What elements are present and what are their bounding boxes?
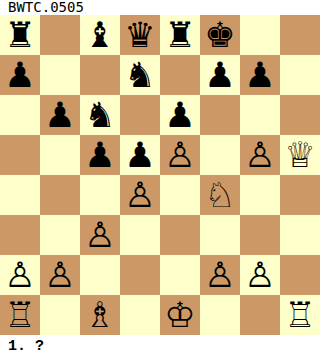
square-c1[interactable]: ♗ [80, 295, 120, 335]
square-g3[interactable] [240, 215, 280, 255]
black-pawn-e6: ♟ [164, 95, 195, 135]
square-f5[interactable] [200, 135, 240, 175]
square-h4[interactable] [280, 175, 320, 215]
white-pawn-f2: ♙ [204, 255, 235, 295]
white-pawn-e5: ♙ [164, 135, 195, 175]
square-c8[interactable]: ♝ [80, 15, 120, 55]
square-c4[interactable] [80, 175, 120, 215]
puzzle-title: BWTC.0505 [0, 0, 320, 15]
square-f2[interactable]: ♙ [200, 255, 240, 295]
black-bishop-c8: ♝ [84, 15, 115, 55]
square-h6[interactable] [280, 95, 320, 135]
white-pawn-d4: ♙ [124, 175, 155, 215]
square-g4[interactable] [240, 175, 280, 215]
square-e8[interactable]: ♜ [160, 15, 200, 55]
square-b6[interactable]: ♟ [40, 95, 80, 135]
square-h2[interactable] [280, 255, 320, 295]
black-pawn-a7: ♟ [4, 55, 35, 95]
square-c5[interactable]: ♟ [80, 135, 120, 175]
square-h8[interactable] [280, 15, 320, 55]
square-b3[interactable] [40, 215, 80, 255]
square-h7[interactable] [280, 55, 320, 95]
square-g7[interactable]: ♟ [240, 55, 280, 95]
square-d1[interactable] [120, 295, 160, 335]
square-g5[interactable]: ♙ [240, 135, 280, 175]
black-pawn-c5: ♟ [84, 135, 115, 175]
square-c7[interactable] [80, 55, 120, 95]
black-rook-a8: ♜ [4, 15, 35, 55]
square-e2[interactable] [160, 255, 200, 295]
square-e3[interactable] [160, 215, 200, 255]
square-a5[interactable] [0, 135, 40, 175]
white-rook-a1: ♖ [4, 295, 35, 335]
square-f1[interactable] [200, 295, 240, 335]
square-b2[interactable]: ♙ [40, 255, 80, 295]
square-e1[interactable]: ♔ [160, 295, 200, 335]
black-rook-e8: ♜ [164, 15, 195, 55]
square-d5[interactable]: ♟ [120, 135, 160, 175]
square-d7[interactable]: ♞ [120, 55, 160, 95]
black-pawn-f7: ♟ [204, 55, 235, 95]
square-d3[interactable] [120, 215, 160, 255]
square-d8[interactable]: ♛ [120, 15, 160, 55]
square-d4[interactable]: ♙ [120, 175, 160, 215]
square-d6[interactable] [120, 95, 160, 135]
square-d2[interactable] [120, 255, 160, 295]
square-g2[interactable]: ♙ [240, 255, 280, 295]
square-f8[interactable]: ♚ [200, 15, 240, 55]
black-king-f8: ♚ [204, 15, 235, 55]
square-f4[interactable]: ♘ [200, 175, 240, 215]
black-pawn-g7: ♟ [244, 55, 275, 95]
chess-board: ♜♝♛♜♚♟♞♟♟♟♞♟♟♟♙♙♕♙♘♙♙♙♙♙♖♗♔♖ [0, 15, 320, 335]
square-a4[interactable] [0, 175, 40, 215]
square-c2[interactable] [80, 255, 120, 295]
square-h5[interactable]: ♕ [280, 135, 320, 175]
square-g8[interactable] [240, 15, 280, 55]
white-king-e1: ♔ [164, 295, 195, 335]
square-f7[interactable]: ♟ [200, 55, 240, 95]
square-h3[interactable] [280, 215, 320, 255]
square-b1[interactable] [40, 295, 80, 335]
square-b4[interactable] [40, 175, 80, 215]
square-b7[interactable] [40, 55, 80, 95]
black-knight-d7: ♞ [124, 55, 155, 95]
white-pawn-g5: ♙ [244, 135, 275, 175]
square-a3[interactable] [0, 215, 40, 255]
square-c6[interactable]: ♞ [80, 95, 120, 135]
square-e7[interactable] [160, 55, 200, 95]
square-e5[interactable]: ♙ [160, 135, 200, 175]
square-a7[interactable]: ♟ [0, 55, 40, 95]
black-pawn-b6: ♟ [44, 95, 75, 135]
square-f3[interactable] [200, 215, 240, 255]
white-pawn-b2: ♙ [44, 255, 75, 295]
square-f6[interactable] [200, 95, 240, 135]
square-b8[interactable] [40, 15, 80, 55]
square-a8[interactable]: ♜ [0, 15, 40, 55]
square-a1[interactable]: ♖ [0, 295, 40, 335]
square-h1[interactable]: ♖ [280, 295, 320, 335]
white-knight-f4: ♘ [204, 175, 235, 215]
square-b5[interactable] [40, 135, 80, 175]
black-pawn-d5: ♟ [124, 135, 155, 175]
square-e4[interactable] [160, 175, 200, 215]
white-rook-h1: ♖ [284, 295, 315, 335]
square-e6[interactable]: ♟ [160, 95, 200, 135]
white-pawn-c3: ♙ [84, 215, 115, 255]
square-a2[interactable]: ♙ [0, 255, 40, 295]
square-g1[interactable] [240, 295, 280, 335]
white-pawn-a2: ♙ [4, 255, 35, 295]
white-bishop-c1: ♗ [84, 295, 115, 335]
square-g6[interactable] [240, 95, 280, 135]
square-c3[interactable]: ♙ [80, 215, 120, 255]
square-a6[interactable] [0, 95, 40, 135]
move-prompt: 1. ? [0, 335, 320, 360]
white-queen-h5: ♕ [284, 135, 315, 175]
black-knight-c6: ♞ [84, 95, 115, 135]
white-pawn-g2: ♙ [244, 255, 275, 295]
chess-diagram-app: BWTC.0505 ♜♝♛♜♚♟♞♟♟♟♞♟♟♟♙♙♕♙♘♙♙♙♙♙♖♗♔♖ 1… [0, 0, 320, 360]
black-queen-d8: ♛ [124, 15, 155, 55]
